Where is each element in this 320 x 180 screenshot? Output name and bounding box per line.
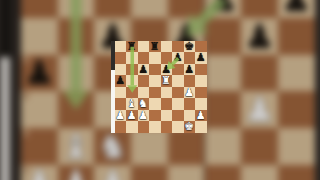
chess-shorts-frame: 5432♟♟♟♟♟♟♟♝♞♟♟♟ ♜♜♚♟♟♟♟♟♟♜♟♝♞♟♟♟♟♚ bbox=[0, 0, 320, 180]
arrow-f7-e6-shaft bbox=[172, 58, 178, 64]
mini-board-panel: ♜♜♚♟♟♟♟♟♟♜♟♝♞♟♟♟♟♚ bbox=[111, 41, 207, 133]
chess-board[interactable]: ♜♜♚♟♟♟♟♟♟♜♟♝♞♟♟♟♟♚ bbox=[115, 41, 207, 133]
arrow-b8-b4-head bbox=[127, 85, 137, 93]
